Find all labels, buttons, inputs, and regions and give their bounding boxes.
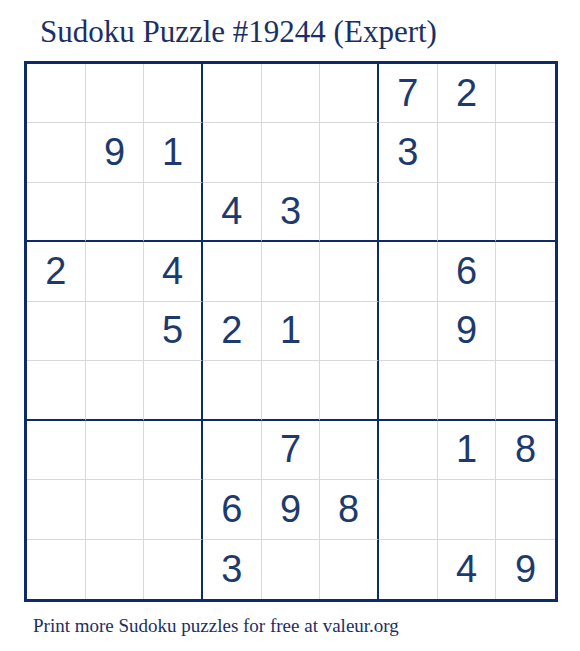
cell-r9c7[interactable] bbox=[379, 540, 438, 599]
cell-r5c3[interactable]: 5 bbox=[144, 302, 203, 361]
cell-r9c8[interactable]: 4 bbox=[438, 540, 497, 599]
cell-r1c5[interactable] bbox=[262, 64, 321, 123]
cell-r9c4[interactable]: 3 bbox=[203, 540, 262, 599]
cell-r1c6[interactable] bbox=[320, 64, 379, 123]
cell-r5c1[interactable] bbox=[27, 302, 86, 361]
cell-r5c6[interactable] bbox=[320, 302, 379, 361]
cell-r3c6[interactable] bbox=[320, 183, 379, 242]
cell-r9c1[interactable] bbox=[27, 540, 86, 599]
cell-r4c7[interactable] bbox=[379, 242, 438, 301]
cell-r8c4[interactable]: 6 bbox=[203, 480, 262, 539]
cell-r3c3[interactable] bbox=[144, 183, 203, 242]
cell-r4c3[interactable]: 4 bbox=[144, 242, 203, 301]
cell-r6c9[interactable] bbox=[496, 361, 555, 420]
cell-r4c1[interactable]: 2 bbox=[27, 242, 86, 301]
cell-r9c5[interactable] bbox=[262, 540, 321, 599]
cell-r7c4[interactable] bbox=[203, 421, 262, 480]
cell-r2c2[interactable]: 9 bbox=[86, 123, 145, 182]
cell-r9c6[interactable] bbox=[320, 540, 379, 599]
cell-r4c8[interactable]: 6 bbox=[438, 242, 497, 301]
cell-r4c4[interactable] bbox=[203, 242, 262, 301]
cell-r1c3[interactable] bbox=[144, 64, 203, 123]
cell-r7c8[interactable]: 1 bbox=[438, 421, 497, 480]
cell-r6c2[interactable] bbox=[86, 361, 145, 420]
cell-r3c2[interactable] bbox=[86, 183, 145, 242]
cell-r3c4[interactable]: 4 bbox=[203, 183, 262, 242]
cell-r6c6[interactable] bbox=[320, 361, 379, 420]
page-title: Sudoku Puzzle #19244 (Expert) bbox=[40, 14, 437, 50]
cell-r5c8[interactable]: 9 bbox=[438, 302, 497, 361]
cell-r2c9[interactable] bbox=[496, 123, 555, 182]
cell-r6c3[interactable] bbox=[144, 361, 203, 420]
cell-r3c7[interactable] bbox=[379, 183, 438, 242]
cell-r1c4[interactable] bbox=[203, 64, 262, 123]
cell-r4c6[interactable] bbox=[320, 242, 379, 301]
cell-r2c8[interactable] bbox=[438, 123, 497, 182]
cell-r5c2[interactable] bbox=[86, 302, 145, 361]
cell-r1c1[interactable] bbox=[27, 64, 86, 123]
cell-r2c5[interactable] bbox=[262, 123, 321, 182]
cell-r1c7[interactable]: 7 bbox=[379, 64, 438, 123]
cell-r5c4[interactable]: 2 bbox=[203, 302, 262, 361]
cell-r8c3[interactable] bbox=[144, 480, 203, 539]
cell-r9c3[interactable] bbox=[144, 540, 203, 599]
cell-r1c8[interactable]: 2 bbox=[438, 64, 497, 123]
cell-r4c9[interactable] bbox=[496, 242, 555, 301]
cell-r7c2[interactable] bbox=[86, 421, 145, 480]
cell-r8c2[interactable] bbox=[86, 480, 145, 539]
cell-r7c1[interactable] bbox=[27, 421, 86, 480]
cell-r7c6[interactable] bbox=[320, 421, 379, 480]
footer-text: Print more Sudoku puzzles for free at va… bbox=[33, 614, 399, 638]
cell-r5c5[interactable]: 1 bbox=[262, 302, 321, 361]
cell-r7c9[interactable]: 8 bbox=[496, 421, 555, 480]
cell-r2c7[interactable]: 3 bbox=[379, 123, 438, 182]
cell-r8c7[interactable] bbox=[379, 480, 438, 539]
cell-r7c5[interactable]: 7 bbox=[262, 421, 321, 480]
cell-r6c7[interactable] bbox=[379, 361, 438, 420]
cell-r5c7[interactable] bbox=[379, 302, 438, 361]
cell-r3c5[interactable]: 3 bbox=[262, 183, 321, 242]
cell-r4c5[interactable] bbox=[262, 242, 321, 301]
cell-r3c8[interactable] bbox=[438, 183, 497, 242]
cell-r9c9[interactable]: 9 bbox=[496, 540, 555, 599]
cell-r8c8[interactable] bbox=[438, 480, 497, 539]
sudoku-board: 72913432465219718698349 bbox=[24, 61, 558, 602]
cell-r7c3[interactable] bbox=[144, 421, 203, 480]
cell-r6c4[interactable] bbox=[203, 361, 262, 420]
cell-r1c2[interactable] bbox=[86, 64, 145, 123]
cell-r9c2[interactable] bbox=[86, 540, 145, 599]
cell-r3c1[interactable] bbox=[27, 183, 86, 242]
cell-r2c6[interactable] bbox=[320, 123, 379, 182]
cell-r6c5[interactable] bbox=[262, 361, 321, 420]
cell-r6c8[interactable] bbox=[438, 361, 497, 420]
cell-r8c5[interactable]: 9 bbox=[262, 480, 321, 539]
cell-r6c1[interactable] bbox=[27, 361, 86, 420]
cell-r8c6[interactable]: 8 bbox=[320, 480, 379, 539]
cell-r2c4[interactable] bbox=[203, 123, 262, 182]
cell-r4c2[interactable] bbox=[86, 242, 145, 301]
cell-r8c1[interactable] bbox=[27, 480, 86, 539]
cell-r2c3[interactable]: 1 bbox=[144, 123, 203, 182]
cell-r8c9[interactable] bbox=[496, 480, 555, 539]
cell-r2c1[interactable] bbox=[27, 123, 86, 182]
cell-r1c9[interactable] bbox=[496, 64, 555, 123]
cell-r5c9[interactable] bbox=[496, 302, 555, 361]
cell-r7c7[interactable] bbox=[379, 421, 438, 480]
cell-r3c9[interactable] bbox=[496, 183, 555, 242]
